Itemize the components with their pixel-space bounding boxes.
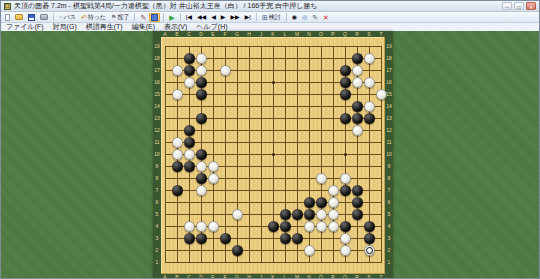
black-stone [196, 233, 207, 244]
col-label-bottom-N: N [307, 275, 311, 279]
resign-button-label: 投了 [117, 13, 129, 22]
annotate-button[interactable]: ✎ [310, 13, 320, 22]
white-stone [208, 161, 219, 172]
play-icon: ▶ [169, 14, 174, 21]
row-label-right-16: 16 [386, 80, 392, 85]
white-stone [196, 185, 207, 196]
white-stone [340, 173, 351, 184]
col-label-top-J: J [260, 32, 263, 37]
white-stone [352, 65, 363, 76]
globe-icon: ◎ [302, 14, 307, 20]
white-stone [352, 125, 363, 136]
row-label-left-18: 18 [154, 56, 160, 61]
black-stone [352, 197, 363, 208]
black-stone [352, 113, 363, 124]
row-label-left-11: 11 [154, 140, 159, 145]
white-stone [196, 65, 207, 76]
black-stone [304, 197, 315, 208]
white-stone [172, 65, 183, 76]
white-stone [328, 185, 339, 196]
nav-back-icon: ◀ [211, 14, 216, 20]
app-icon [4, 3, 11, 10]
col-label-bottom-M: M [295, 275, 299, 279]
col-label-top-L: L [284, 32, 287, 37]
white-stone [364, 77, 375, 88]
black-stone [364, 221, 375, 232]
row-label-right-6: 6 [388, 200, 391, 205]
col-label-top-C: C [187, 32, 191, 37]
black-stone [352, 209, 363, 220]
nav-back-button[interactable]: ◀ [209, 13, 218, 22]
col-label-bottom-C: C [187, 275, 191, 279]
col-label-bottom-D: D [199, 275, 203, 279]
col-label-top-A: A [163, 32, 166, 37]
open-button[interactable] [13, 13, 25, 22]
black-stone [184, 137, 195, 148]
territory-icon: ◉ [292, 14, 297, 20]
row-label-right-4: 4 [388, 224, 391, 229]
board-icon [151, 14, 158, 21]
play-button[interactable]: ▶ [167, 13, 176, 22]
nav-forward-icon: ▶ [221, 14, 226, 20]
grid-line [165, 214, 382, 215]
black-stone [340, 77, 351, 88]
white-stone [328, 197, 339, 208]
black-stone [184, 233, 195, 244]
col-label-top-Q: Q [343, 32, 347, 37]
maximize-button[interactable]: □ [514, 2, 524, 10]
row-label-left-19: 19 [154, 44, 160, 49]
col-label-bottom-F: F [223, 275, 226, 279]
col-label-top-N: N [307, 32, 311, 37]
col-label-bottom-T: T [379, 275, 382, 279]
star-point [344, 153, 347, 156]
black-stone [340, 185, 351, 196]
black-stone [364, 233, 375, 244]
grid-line [297, 46, 298, 263]
analyze-button-label: 検討 [269, 13, 281, 22]
toolbar-separator [53, 13, 54, 21]
pass-icon: ○ [59, 14, 63, 20]
last-move-marker [366, 247, 373, 254]
territory-button[interactable]: ◉ [290, 13, 299, 22]
row-label-right-17: 17 [386, 68, 392, 73]
row-label-right-2: 2 [388, 248, 391, 253]
black-stone [196, 113, 207, 124]
window-controls: ─□✕ [502, 2, 536, 10]
row-label-left-15: 15 [154, 92, 160, 97]
app-window: 天頂の囲碁 7.2m - 棋聖戦第4局/一力遼棋聖（黒）対 井山裕太王座（白） … [0, 0, 540, 279]
white-stone [196, 53, 207, 64]
row-label-right-9: 9 [388, 164, 391, 169]
white-stone [172, 89, 183, 100]
white-stone [364, 53, 375, 64]
pen-icon: ✎ [140, 14, 146, 21]
col-label-bottom-J: J [260, 275, 263, 279]
col-label-bottom-S: S [367, 275, 370, 279]
white-stone [316, 221, 327, 232]
black-stone [352, 185, 363, 196]
new-icon [5, 14, 10, 21]
row-label-left-7: 7 [156, 188, 159, 193]
row-label-left-8: 8 [156, 176, 159, 181]
black-stone [292, 233, 303, 244]
row-label-left-14: 14 [154, 104, 160, 109]
white-stone [172, 149, 183, 160]
col-label-bottom-A: A [163, 275, 166, 279]
col-label-top-P: P [331, 32, 334, 37]
row-label-left-12: 12 [154, 128, 160, 133]
close-button[interactable]: ✕ [526, 2, 536, 10]
pencil-icon: ✎ [312, 14, 318, 21]
white-stone [232, 209, 243, 220]
col-label-top-T: T [379, 32, 382, 37]
white-stone [340, 233, 351, 244]
row-label-left-17: 17 [154, 68, 160, 73]
board-grid[interactable] [161, 37, 385, 274]
toolbar-separator [286, 13, 287, 21]
white-stone [196, 221, 207, 232]
row-label-right-13: 13 [386, 116, 392, 121]
white-stone [304, 245, 315, 256]
col-label-top-B: B [175, 32, 178, 37]
col-label-bottom-K: K [271, 275, 274, 279]
col-label-bottom-H: H [247, 275, 251, 279]
undo-icon: ↶ [81, 14, 87, 21]
row-label-right-3: 3 [388, 236, 391, 241]
row-label-right-18: 18 [386, 56, 392, 61]
white-stone [208, 173, 219, 184]
toolbar-separator [134, 13, 135, 21]
row-label-left-5: 5 [156, 212, 159, 217]
nav-last-button[interactable]: ▶| [243, 13, 253, 22]
col-label-top-H: H [247, 32, 251, 37]
black-stone [184, 161, 195, 172]
edit-button[interactable]: ✎ [138, 13, 148, 22]
black-stone [196, 149, 207, 160]
col-label-top-G: G [235, 32, 239, 37]
title-bar: 天頂の囲碁 7.2m - 棋聖戦第4局/一力遼棋聖（黒）対 井山裕太王座（白） … [1, 1, 539, 12]
row-label-left-6: 6 [156, 200, 159, 205]
row-label-right-10: 10 [386, 152, 392, 157]
black-stone [280, 221, 291, 232]
black-stone [352, 101, 363, 112]
black-stone [172, 185, 183, 196]
black-stone [352, 53, 363, 64]
row-label-right-8: 8 [388, 176, 391, 181]
black-stone [340, 65, 351, 76]
analyze-icon: ⊞ [262, 14, 268, 21]
black-stone [292, 209, 303, 220]
col-label-bottom-O: O [319, 275, 323, 279]
resign-icon: ⚑ [111, 14, 116, 20]
undo-button-label: 待った [88, 13, 106, 22]
toolbar-separator [163, 13, 164, 21]
analyze-button[interactable]: ⊞検討 [260, 13, 283, 22]
nav-first-icon: |◀ [186, 14, 192, 20]
white-stone [316, 209, 327, 220]
black-stone [364, 113, 375, 124]
delete-button[interactable]: ✕ [321, 13, 331, 22]
row-label-left-1: 1 [156, 260, 159, 265]
nav-last-icon: ▶| [245, 14, 251, 20]
network-button[interactable]: ◎ [300, 13, 309, 22]
minimize-button[interactable]: ─ [502, 2, 512, 10]
row-label-right-12: 12 [386, 128, 392, 133]
black-stone [232, 245, 243, 256]
toolbar: ○パス↶待った⚑投了✎▶|◀◀◀◀▶▶▶▶|⊞検討◉◎✎✕ [1, 12, 539, 23]
save-button[interactable] [26, 13, 37, 22]
col-label-bottom-Q: Q [343, 275, 347, 279]
col-label-bottom-E: E [211, 275, 214, 279]
close-red-icon: ✕ [323, 14, 329, 21]
board-view-button[interactable] [149, 13, 160, 22]
col-label-top-D: D [199, 32, 203, 37]
black-stone [340, 89, 351, 100]
print-icon [40, 14, 48, 20]
col-label-bottom-B: B [175, 275, 178, 279]
black-stone [280, 209, 291, 220]
open-icon [15, 14, 23, 20]
black-stone [172, 161, 183, 172]
nav-forward10-button[interactable]: ▶▶ [228, 13, 241, 22]
black-stone [184, 53, 195, 64]
col-label-bottom-G: G [235, 275, 239, 279]
white-stone [352, 77, 363, 88]
white-stone [316, 173, 327, 184]
nav-back10-button[interactable]: ◀◀ [195, 13, 208, 22]
white-stone [340, 245, 351, 256]
black-stone [196, 77, 207, 88]
col-label-top-M: M [295, 32, 299, 37]
pass-button[interactable]: ○パス [57, 13, 78, 22]
grid-line [381, 46, 382, 263]
white-stone [220, 65, 231, 76]
white-stone [328, 221, 339, 232]
print-button[interactable] [38, 13, 50, 22]
star-point [272, 81, 275, 84]
white-stone [172, 137, 183, 148]
toolbar-separator [180, 13, 181, 21]
row-label-right-1: 1 [388, 260, 391, 265]
row-label-right-15: 15 [386, 92, 392, 97]
pass-button-label: パス [64, 13, 76, 22]
white-stone [304, 221, 315, 232]
new-button[interactable] [3, 13, 12, 22]
black-stone [268, 221, 279, 232]
white-stone [184, 149, 195, 160]
resign-button[interactable]: ⚑投了 [109, 13, 131, 22]
row-label-right-14: 14 [386, 104, 392, 109]
row-label-left-16: 16 [154, 80, 160, 85]
nav-first-button[interactable]: |◀ [184, 13, 194, 22]
grid-line [165, 202, 382, 203]
col-label-top-S: S [367, 32, 370, 37]
black-stone [196, 89, 207, 100]
star-point [272, 153, 275, 156]
col-label-top-K: K [271, 32, 274, 37]
nav-forward-button[interactable]: ▶ [219, 13, 228, 22]
row-label-left-13: 13 [154, 116, 160, 121]
go-board: AABBCCDDEEFFGGHHJJKKLLMMNNOOPPQQRRSSTT19… [153, 31, 393, 279]
row-label-right-11: 11 [386, 140, 391, 145]
black-stone [220, 233, 231, 244]
black-stone [196, 173, 207, 184]
grid-line [165, 262, 382, 263]
white-stone [184, 221, 195, 232]
col-label-top-E: E [211, 32, 214, 37]
col-label-top-F: F [223, 32, 226, 37]
black-stone [280, 233, 291, 244]
nav-back10-icon: ◀◀ [197, 14, 206, 20]
black-stone [340, 113, 351, 124]
white-stone [184, 77, 195, 88]
col-label-bottom-L: L [284, 275, 287, 279]
row-label-left-9: 9 [156, 164, 159, 169]
row-label-left-10: 10 [154, 152, 160, 157]
black-stone [340, 221, 351, 232]
undo-button[interactable]: ↶待った [79, 13, 108, 22]
white-stone [208, 221, 219, 232]
window-title: 天頂の囲碁 7.2m - 棋聖戦第4局/一力遼棋聖（黒）対 井山裕太王座（白） … [14, 1, 499, 11]
toolbar-separator [256, 13, 257, 21]
row-label-right-7: 7 [388, 188, 391, 193]
black-stone [316, 197, 327, 208]
row-label-left-4: 4 [156, 224, 159, 229]
col-label-top-O: O [319, 32, 323, 37]
col-label-bottom-P: P [331, 275, 334, 279]
black-stone [184, 125, 195, 136]
row-label-right-5: 5 [388, 212, 391, 217]
table-felt: AABBCCDDEEFFGGHHJJKKLLMMNNOOPPQQRRSSTT19… [1, 31, 539, 278]
col-label-bottom-R: R [355, 275, 359, 279]
col-label-top-R: R [355, 32, 359, 37]
white-stone [328, 209, 339, 220]
black-stone [304, 209, 315, 220]
white-stone [364, 101, 375, 112]
nav-forward10-icon: ▶▶ [230, 14, 239, 20]
black-stone [184, 65, 195, 76]
row-label-right-19: 19 [386, 44, 392, 49]
row-label-left-2: 2 [156, 248, 159, 253]
white-stone [376, 89, 387, 100]
row-label-left-3: 3 [156, 236, 159, 241]
save-icon [28, 14, 35, 21]
white-stone [196, 161, 207, 172]
